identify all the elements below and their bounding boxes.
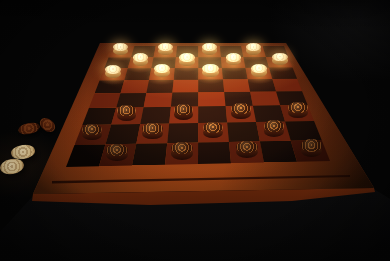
spare-dark-piece-2[interactable] [37, 115, 58, 135]
scene-photo [0, 0, 390, 261]
spare-light-piece-2[interactable] [0, 157, 25, 176]
spare-light-piece-1[interactable] [10, 143, 36, 160]
spare-dark-piece-1[interactable] [17, 120, 41, 135]
spare-pieces-area [0, 0, 390, 261]
